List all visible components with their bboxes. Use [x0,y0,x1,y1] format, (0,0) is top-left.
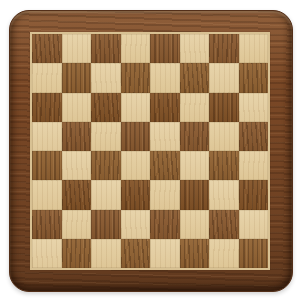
board-frame [9,10,293,292]
square-r4c4[interactable] [121,122,151,151]
square-r7c6[interactable] [180,210,210,239]
square-r6c2[interactable] [62,180,92,209]
square-r5c6[interactable] [180,151,210,180]
square-r4c7[interactable] [209,122,239,151]
square-r6c8[interactable] [239,180,269,209]
square-r3c7[interactable] [209,93,239,122]
chessboard-photo [0,0,300,300]
square-r1c3[interactable] [91,34,121,63]
square-r4c6[interactable] [180,122,210,151]
square-r5c2[interactable] [62,151,92,180]
square-r7c7[interactable] [209,210,239,239]
square-r1c4[interactable] [121,34,151,63]
square-r3c4[interactable] [121,93,151,122]
square-r6c4[interactable] [121,180,151,209]
square-r3c5[interactable] [150,93,180,122]
square-r2c1[interactable] [32,63,62,92]
square-r5c3[interactable] [91,151,121,180]
square-r5c5[interactable] [150,151,180,180]
square-r2c5[interactable] [150,63,180,92]
square-r7c3[interactable] [91,210,121,239]
square-r2c3[interactable] [91,63,121,92]
square-r8c5[interactable] [150,239,180,268]
square-r1c1[interactable] [32,34,62,63]
square-r7c2[interactable] [62,210,92,239]
square-r6c1[interactable] [32,180,62,209]
square-r7c5[interactable] [150,210,180,239]
square-r4c2[interactable] [62,122,92,151]
square-r1c2[interactable] [62,34,92,63]
square-r8c3[interactable] [91,239,121,268]
square-r8c2[interactable] [62,239,92,268]
square-r8c6[interactable] [180,239,210,268]
square-r3c2[interactable] [62,93,92,122]
square-r8c7[interactable] [209,239,239,268]
square-r5c8[interactable] [239,151,269,180]
square-r1c8[interactable] [239,34,269,63]
square-r8c8[interactable] [239,239,269,268]
square-r7c1[interactable] [32,210,62,239]
square-r5c1[interactable] [32,151,62,180]
square-r4c8[interactable] [239,122,269,151]
board-field [32,34,268,268]
square-r3c8[interactable] [239,93,269,122]
square-r8c1[interactable] [32,239,62,268]
square-r1c6[interactable] [180,34,210,63]
square-r2c7[interactable] [209,63,239,92]
square-r1c7[interactable] [209,34,239,63]
square-r2c2[interactable] [62,63,92,92]
square-r4c5[interactable] [150,122,180,151]
square-r4c1[interactable] [32,122,62,151]
square-r2c4[interactable] [121,63,151,92]
square-r6c3[interactable] [91,180,121,209]
square-r3c1[interactable] [32,93,62,122]
square-r2c8[interactable] [239,63,269,92]
square-r7c8[interactable] [239,210,269,239]
board-inlay-line [30,32,270,270]
square-r6c5[interactable] [150,180,180,209]
square-r7c4[interactable] [121,210,151,239]
square-r6c6[interactable] [180,180,210,209]
square-r3c6[interactable] [180,93,210,122]
square-r4c3[interactable] [91,122,121,151]
square-r8c4[interactable] [121,239,151,268]
square-r6c7[interactable] [209,180,239,209]
square-r5c7[interactable] [209,151,239,180]
square-r1c5[interactable] [150,34,180,63]
square-r3c3[interactable] [91,93,121,122]
square-r5c4[interactable] [121,151,151,180]
square-r2c6[interactable] [180,63,210,92]
